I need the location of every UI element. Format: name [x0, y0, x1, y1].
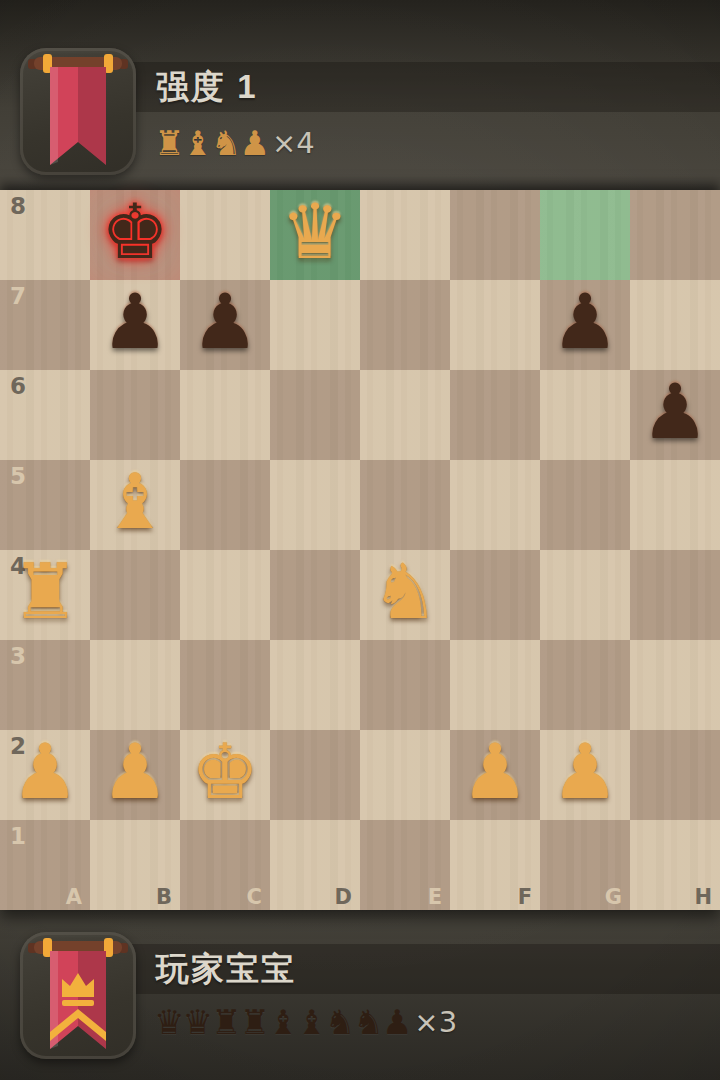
square-f1[interactable]: F — [450, 820, 540, 910]
square-b8[interactable]: ♚ — [90, 190, 180, 280]
square-d6[interactable] — [270, 370, 360, 460]
square-h7[interactable] — [630, 280, 720, 370]
square-a7[interactable]: 7 — [0, 280, 90, 370]
square-g8[interactable] — [540, 190, 630, 280]
square-d5[interactable] — [270, 460, 360, 550]
square-f8[interactable] — [450, 190, 540, 280]
captured-count-top: ×4 — [272, 126, 315, 160]
square-a2[interactable]: 2♟ — [0, 730, 90, 820]
piece-black-pawn-b7[interactable]: ♟ — [90, 280, 180, 370]
rank-label-7: 7 — [10, 283, 26, 309]
square-a6[interactable]: 6 — [0, 370, 90, 460]
captured-queen-icon: ♛ — [182, 1002, 210, 1042]
captured-bishop-icon: ♝ — [296, 1002, 324, 1042]
square-c1[interactable]: C — [180, 820, 270, 910]
piece-white-pawn-f2[interactable]: ♟ — [450, 730, 540, 820]
captured-knight-icon: ♞ — [325, 1002, 353, 1042]
rank-label-1: 1 — [10, 823, 26, 849]
square-b3[interactable] — [90, 640, 180, 730]
captured-rook-icon: ♜ — [154, 123, 182, 163]
square-f2[interactable]: ♟ — [450, 730, 540, 820]
square-h5[interactable] — [630, 460, 720, 550]
piece-black-pawn-h6[interactable]: ♟ — [630, 370, 720, 460]
rank-label-6: 6 — [10, 373, 26, 399]
square-g5[interactable] — [540, 460, 630, 550]
rank-label-8: 8 — [10, 193, 26, 219]
square-e8[interactable] — [360, 190, 450, 280]
square-a4[interactable]: 4♜ — [0, 550, 90, 640]
square-g4[interactable] — [540, 550, 630, 640]
square-c2[interactable]: ♚ — [180, 730, 270, 820]
captured-by-opponent-row: ♜♝♞♟×4 — [154, 123, 315, 163]
captured-rook-icon: ♜ — [239, 1002, 267, 1042]
piece-white-pawn-b2[interactable]: ♟ — [90, 730, 180, 820]
piece-white-pawn-g2[interactable]: ♟ — [540, 730, 630, 820]
square-h6[interactable]: ♟ — [630, 370, 720, 460]
piece-white-pawn-a2[interactable]: ♟ — [0, 730, 90, 820]
square-e7[interactable] — [360, 280, 450, 370]
square-h8[interactable] — [630, 190, 720, 280]
square-e5[interactable] — [360, 460, 450, 550]
captured-pawn-icon: ♟ — [239, 123, 267, 163]
square-d4[interactable] — [270, 550, 360, 640]
square-h4[interactable] — [630, 550, 720, 640]
square-d1[interactable]: D — [270, 820, 360, 910]
captured-queen-icon: ♛ — [154, 1002, 182, 1042]
captured-by-player-row: ♛♛♜♜♝♝♞♞♟×3 — [154, 1002, 457, 1042]
square-b7[interactable]: ♟ — [90, 280, 180, 370]
file-label-g: G — [605, 885, 622, 909]
square-f6[interactable] — [450, 370, 540, 460]
piece-black-pawn-c7[interactable]: ♟ — [180, 280, 270, 370]
file-label-d: D — [335, 885, 352, 909]
square-g2[interactable]: ♟ — [540, 730, 630, 820]
file-label-f: F — [518, 885, 532, 909]
piece-white-king-c2[interactable]: ♚ — [180, 730, 270, 820]
file-label-a: A — [66, 885, 82, 909]
square-f7[interactable] — [450, 280, 540, 370]
square-e2[interactable] — [360, 730, 450, 820]
piece-white-queen-d8[interactable]: ♛ — [270, 190, 360, 280]
piece-black-king-b8[interactable]: ♚ — [90, 190, 180, 280]
square-g1[interactable]: G — [540, 820, 630, 910]
opponent-avatar[interactable] — [20, 48, 136, 175]
square-f4[interactable] — [450, 550, 540, 640]
square-h1[interactable]: H — [630, 820, 720, 910]
square-e6[interactable] — [360, 370, 450, 460]
square-e3[interactable] — [360, 640, 450, 730]
square-h2[interactable] — [630, 730, 720, 820]
square-f5[interactable] — [450, 460, 540, 550]
rank-label-3: 3 — [10, 643, 26, 669]
square-c3[interactable] — [180, 640, 270, 730]
red-banner-crown-icon — [28, 935, 128, 1057]
captured-pawn-icon: ♟ — [382, 1002, 410, 1042]
square-d7[interactable] — [270, 280, 360, 370]
square-b2[interactable]: ♟ — [90, 730, 180, 820]
opponent-name: 强度 1 — [156, 62, 258, 112]
square-f3[interactable] — [450, 640, 540, 730]
piece-white-rook-a4[interactable]: ♜ — [0, 550, 90, 640]
square-c4[interactable] — [180, 550, 270, 640]
square-g6[interactable] — [540, 370, 630, 460]
captured-bishop-icon: ♝ — [268, 1002, 296, 1042]
piece-white-knight-e4[interactable]: ♞ — [360, 550, 450, 640]
chess-board: 8♚♛7♟♟♟6♟5♝4♜♞32♟♟♚♟♟1ABCDEFGH — [0, 190, 720, 910]
player-name: 玩家宝宝 — [156, 944, 296, 994]
square-h3[interactable] — [630, 640, 720, 730]
square-d8[interactable]: ♛ — [270, 190, 360, 280]
square-b1[interactable]: B — [90, 820, 180, 910]
piece-black-pawn-g7[interactable]: ♟ — [540, 280, 630, 370]
square-a3[interactable]: 3 — [0, 640, 90, 730]
square-g7[interactable]: ♟ — [540, 280, 630, 370]
square-a8[interactable]: 8 — [0, 190, 90, 280]
file-label-c: C — [247, 885, 262, 909]
player-avatar[interactable] — [20, 932, 136, 1059]
square-e1[interactable]: E — [360, 820, 450, 910]
square-b5[interactable]: ♝ — [90, 460, 180, 550]
square-b6[interactable] — [90, 370, 180, 460]
captured-knight-icon: ♞ — [211, 123, 239, 163]
rank-label-5: 5 — [10, 463, 26, 489]
file-label-b: B — [156, 885, 172, 909]
captured-knight-icon: ♞ — [353, 1002, 381, 1042]
square-c8[interactable] — [180, 190, 270, 280]
piece-white-bishop-b5[interactable]: ♝ — [90, 460, 180, 550]
chess-app-screen: 强度 1 ♜♝♞♟×4 8♚♛7♟♟♟6♟5♝4♜♞32♟♟♚♟♟1ABCDEF… — [0, 0, 720, 1080]
square-a5[interactable]: 5 — [0, 460, 90, 550]
square-c7[interactable]: ♟ — [180, 280, 270, 370]
captured-count-bottom: ×3 — [414, 1005, 457, 1039]
square-b4[interactable] — [90, 550, 180, 640]
square-a1[interactable]: 1A — [0, 820, 90, 910]
square-c6[interactable] — [180, 370, 270, 460]
square-g3[interactable] — [540, 640, 630, 730]
file-label-e: E — [428, 885, 442, 909]
square-e4[interactable]: ♞ — [360, 550, 450, 640]
square-c5[interactable] — [180, 460, 270, 550]
square-d3[interactable] — [270, 640, 360, 730]
file-label-h: H — [694, 885, 712, 909]
square-d2[interactable] — [270, 730, 360, 820]
captured-rook-icon: ♜ — [211, 1002, 239, 1042]
captured-bishop-icon: ♝ — [182, 123, 210, 163]
red-banner-icon — [28, 51, 128, 173]
